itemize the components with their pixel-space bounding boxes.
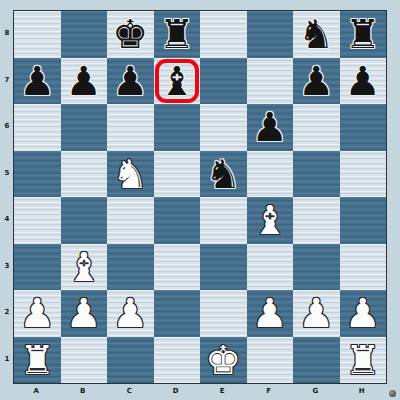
file-label-g: G	[292, 385, 339, 398]
piece-black-pawn[interactable]: ♟	[112, 58, 148, 104]
rank-label-5: 5	[2, 150, 12, 197]
rank-label-4: 4	[2, 196, 12, 243]
piece-white-pawn[interactable]: ♟	[66, 290, 102, 336]
piece-black-pawn[interactable]: ♟	[298, 58, 334, 104]
piece-white-pawn[interactable]: ♟	[252, 290, 288, 336]
piece-white-bishop[interactable]: ♝	[252, 197, 288, 243]
square-h1[interactable]: ♜	[340, 337, 387, 384]
square-e1[interactable]: ♚	[200, 337, 247, 384]
square-b1[interactable]	[61, 337, 108, 384]
piece-black-rook[interactable]: ♜	[345, 11, 381, 57]
square-g3[interactable]	[293, 244, 340, 291]
square-a7[interactable]: ♟	[14, 58, 61, 105]
piece-black-pawn[interactable]: ♟	[19, 58, 55, 104]
square-f2[interactable]: ♟	[247, 290, 294, 337]
square-h7[interactable]: ♟	[340, 58, 387, 105]
square-g5[interactable]	[293, 151, 340, 198]
file-label-c: C	[106, 385, 153, 398]
square-b7[interactable]: ♟	[61, 58, 108, 105]
square-d3[interactable]	[154, 244, 201, 291]
rank-label-6: 6	[2, 103, 12, 150]
piece-white-pawn[interactable]: ♟	[298, 290, 334, 336]
piece-black-king[interactable]: ♚	[112, 11, 148, 57]
square-f4[interactable]: ♝	[247, 197, 294, 244]
square-c2[interactable]: ♟	[107, 290, 154, 337]
square-f5[interactable]	[247, 151, 294, 198]
file-label-d: D	[153, 385, 200, 398]
piece-white-pawn[interactable]: ♟	[19, 290, 55, 336]
square-h8[interactable]: ♜	[340, 11, 387, 58]
square-c6[interactable]	[107, 104, 154, 151]
square-g6[interactable]	[293, 104, 340, 151]
rank-label-2: 2	[2, 289, 12, 336]
piece-black-pawn[interactable]: ♟	[66, 58, 102, 104]
square-d4[interactable]	[154, 197, 201, 244]
piece-black-knight[interactable]: ♞	[298, 11, 334, 57]
square-h6[interactable]	[340, 104, 387, 151]
square-e4[interactable]	[200, 197, 247, 244]
square-e7[interactable]	[200, 58, 247, 105]
piece-white-rook[interactable]: ♜	[19, 337, 55, 383]
square-b5[interactable]	[61, 151, 108, 198]
piece-white-knight[interactable]: ♞	[112, 151, 148, 197]
file-label-a: A	[13, 385, 60, 398]
square-h2[interactable]: ♟	[340, 290, 387, 337]
piece-white-pawn[interactable]: ♟	[345, 290, 381, 336]
square-h4[interactable]	[340, 197, 387, 244]
square-g1[interactable]	[293, 337, 340, 384]
square-e2[interactable]	[200, 290, 247, 337]
square-d6[interactable]	[154, 104, 201, 151]
square-g2[interactable]: ♟	[293, 290, 340, 337]
square-g4[interactable]	[293, 197, 340, 244]
square-b3[interactable]: ♝	[61, 244, 108, 291]
piece-black-knight[interactable]: ♞	[205, 151, 241, 197]
rank-label-7: 7	[2, 57, 12, 104]
chess-board: ♚♜♞♜♟♟♟♝♟♟♟♞♞♝♝♟♟♟♟♟♟♜♚♜	[13, 10, 387, 384]
square-d8[interactable]: ♜	[154, 11, 201, 58]
corner-handle-icon	[389, 390, 396, 397]
square-g8[interactable]: ♞	[293, 11, 340, 58]
square-f6[interactable]: ♟	[247, 104, 294, 151]
square-a4[interactable]	[14, 197, 61, 244]
square-f3[interactable]	[247, 244, 294, 291]
square-b4[interactable]	[61, 197, 108, 244]
square-c7[interactable]: ♟	[107, 58, 154, 105]
square-a5[interactable]	[14, 151, 61, 198]
piece-white-king[interactable]: ♚	[205, 337, 241, 383]
file-label-e: E	[199, 385, 246, 398]
rank-label-8: 8	[2, 10, 12, 57]
square-a1[interactable]: ♜	[14, 337, 61, 384]
square-b2[interactable]: ♟	[61, 290, 108, 337]
square-d1[interactable]	[154, 337, 201, 384]
rank-label-3: 3	[2, 243, 12, 290]
square-d7[interactable]: ♝	[154, 58, 201, 105]
square-f8[interactable]	[247, 11, 294, 58]
square-a6[interactable]	[14, 104, 61, 151]
piece-white-pawn[interactable]: ♟	[112, 290, 148, 336]
square-c8[interactable]: ♚	[107, 11, 154, 58]
square-b6[interactable]	[61, 104, 108, 151]
square-h5[interactable]	[340, 151, 387, 198]
square-a2[interactable]: ♟	[14, 290, 61, 337]
file-label-h: H	[339, 385, 386, 398]
square-d5[interactable]	[154, 151, 201, 198]
piece-black-rook[interactable]: ♜	[159, 11, 195, 57]
piece-black-pawn[interactable]: ♟	[345, 58, 381, 104]
square-c4[interactable]	[107, 197, 154, 244]
square-c5[interactable]: ♞	[107, 151, 154, 198]
piece-black-bishop[interactable]: ♝	[159, 58, 195, 104]
chess-app-window: ♚♜♞♜♟♟♟♝♟♟♟♞♞♝♝♟♟♟♟♟♟♜♚♜ 87654321 ABCDEF…	[0, 0, 400, 400]
square-a8[interactable]	[14, 11, 61, 58]
square-a3[interactable]	[14, 244, 61, 291]
file-label-f: F	[246, 385, 293, 398]
file-label-b: B	[60, 385, 107, 398]
square-c1[interactable]	[107, 337, 154, 384]
square-f7[interactable]	[247, 58, 294, 105]
square-b8[interactable]	[61, 11, 108, 58]
square-h3[interactable]	[340, 244, 387, 291]
square-g7[interactable]: ♟	[293, 58, 340, 105]
piece-white-bishop[interactable]: ♝	[66, 244, 102, 290]
rank-label-1: 1	[2, 336, 12, 383]
square-e5[interactable]: ♞	[200, 151, 247, 198]
piece-black-pawn[interactable]: ♟	[252, 104, 288, 150]
square-e3[interactable]	[200, 244, 247, 291]
square-d2[interactable]	[154, 290, 201, 337]
square-c3[interactable]	[107, 244, 154, 291]
square-f1[interactable]	[247, 337, 294, 384]
piece-white-rook[interactable]: ♜	[345, 337, 381, 383]
square-e8[interactable]	[200, 11, 247, 58]
square-e6[interactable]	[200, 104, 247, 151]
